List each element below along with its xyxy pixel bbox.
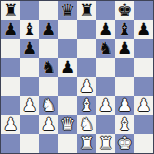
square-f1[interactable]: ♜ bbox=[96, 134, 115, 153]
square-e7[interactable] bbox=[77, 20, 96, 39]
square-e8[interactable]: ♜ bbox=[77, 1, 96, 20]
white-pawn-h3[interactable]: ♟ bbox=[136, 96, 151, 115]
square-e3[interactable]: ♝ bbox=[77, 96, 96, 115]
black-bishop-b7[interactable]: ♝ bbox=[22, 20, 37, 39]
square-b1[interactable] bbox=[20, 134, 39, 153]
square-e4[interactable]: ♟ bbox=[77, 77, 96, 96]
white-knight-c3[interactable]: ♞ bbox=[41, 96, 56, 115]
square-f5[interactable] bbox=[96, 58, 115, 77]
square-f2[interactable] bbox=[96, 115, 115, 134]
square-f6[interactable]: ♞ bbox=[96, 39, 115, 58]
square-e2[interactable]: ♞ bbox=[77, 115, 96, 134]
square-f3[interactable]: ♟ bbox=[96, 96, 115, 115]
square-d7[interactable] bbox=[58, 20, 77, 39]
square-c5[interactable]: ♞ bbox=[39, 58, 58, 77]
square-c1[interactable] bbox=[39, 134, 58, 153]
square-d5[interactable]: ♟ bbox=[58, 58, 77, 77]
white-knight-e2[interactable]: ♞ bbox=[79, 115, 94, 134]
square-e6[interactable] bbox=[77, 39, 96, 58]
square-b4[interactable] bbox=[20, 77, 39, 96]
black-rook-e8[interactable]: ♜ bbox=[79, 1, 94, 20]
square-a8[interactable]: ♜ bbox=[1, 1, 20, 20]
black-pawn-a7[interactable]: ♟ bbox=[3, 20, 18, 39]
square-d8[interactable]: ♛ bbox=[58, 1, 77, 20]
square-d6[interactable] bbox=[58, 39, 77, 58]
white-pawn-c2[interactable]: ♟ bbox=[41, 115, 56, 134]
square-d3[interactable] bbox=[58, 96, 77, 115]
square-f8[interactable] bbox=[96, 1, 115, 20]
square-h3[interactable]: ♟ bbox=[134, 96, 153, 115]
square-f4[interactable] bbox=[96, 77, 115, 96]
square-h8[interactable] bbox=[134, 1, 153, 20]
white-pawn-a2[interactable]: ♟ bbox=[3, 115, 18, 134]
black-pawn-f7[interactable]: ♟ bbox=[98, 20, 113, 39]
white-rook-f1[interactable]: ♜ bbox=[98, 134, 113, 153]
square-d2[interactable]: ♛ bbox=[58, 115, 77, 134]
black-king-g8[interactable]: ♚ bbox=[117, 1, 132, 20]
square-g1[interactable]: ♚ bbox=[115, 134, 134, 153]
square-b7[interactable]: ♝ bbox=[20, 20, 39, 39]
square-h1[interactable] bbox=[134, 134, 153, 153]
white-pawn-e4[interactable]: ♟ bbox=[79, 77, 94, 96]
square-g6[interactable]: ♟ bbox=[115, 39, 134, 58]
square-c3[interactable]: ♞ bbox=[39, 96, 58, 115]
square-a6[interactable] bbox=[1, 39, 20, 58]
square-c8[interactable] bbox=[39, 1, 58, 20]
square-b3[interactable]: ♟ bbox=[20, 96, 39, 115]
square-a7[interactable]: ♟ bbox=[1, 20, 20, 39]
square-b2[interactable] bbox=[20, 115, 39, 134]
square-b8[interactable] bbox=[20, 1, 39, 20]
square-g3[interactable]: ♟ bbox=[115, 96, 134, 115]
square-g4[interactable] bbox=[115, 77, 134, 96]
square-g8[interactable]: ♚ bbox=[115, 1, 134, 20]
square-c6[interactable] bbox=[39, 39, 58, 58]
white-rook-e1[interactable]: ♜ bbox=[79, 134, 94, 153]
chess-board-frame: ♜♛♜♚♟♝♟♟♝♟♟♞♟♞♟♟♟♞♝♟♟♟♟♟♛♞♝♜♜♚ bbox=[0, 0, 154, 154]
square-a2[interactable]: ♟ bbox=[1, 115, 20, 134]
square-a5[interactable] bbox=[1, 58, 20, 77]
square-g2[interactable]: ♝ bbox=[115, 115, 134, 134]
square-c4[interactable] bbox=[39, 77, 58, 96]
square-b5[interactable] bbox=[20, 58, 39, 77]
black-queen-d8[interactable]: ♛ bbox=[60, 1, 75, 20]
white-bishop-e3[interactable]: ♝ bbox=[79, 96, 94, 115]
square-a1[interactable] bbox=[1, 134, 20, 153]
white-pawn-b3[interactable]: ♟ bbox=[22, 96, 37, 115]
square-h5[interactable] bbox=[134, 58, 153, 77]
chess-board: ♜♛♜♚♟♝♟♟♝♟♟♞♟♞♟♟♟♞♝♟♟♟♟♟♛♞♝♜♜♚ bbox=[1, 1, 153, 153]
square-g5[interactable] bbox=[115, 58, 134, 77]
square-c2[interactable]: ♟ bbox=[39, 115, 58, 134]
square-d1[interactable] bbox=[58, 134, 77, 153]
square-h7[interactable]: ♟ bbox=[134, 20, 153, 39]
black-rook-a8[interactable]: ♜ bbox=[3, 1, 18, 20]
black-pawn-d5[interactable]: ♟ bbox=[60, 58, 75, 77]
square-h4[interactable] bbox=[134, 77, 153, 96]
square-b6[interactable]: ♟ bbox=[20, 39, 39, 58]
black-pawn-h7[interactable]: ♟ bbox=[136, 20, 151, 39]
square-h6[interactable] bbox=[134, 39, 153, 58]
black-knight-c5[interactable]: ♞ bbox=[41, 58, 56, 77]
square-g7[interactable]: ♝ bbox=[115, 20, 134, 39]
square-c7[interactable]: ♟ bbox=[39, 20, 58, 39]
black-pawn-c7[interactable]: ♟ bbox=[41, 20, 56, 39]
white-pawn-f3[interactable]: ♟ bbox=[98, 96, 113, 115]
square-a3[interactable] bbox=[1, 96, 20, 115]
square-a4[interactable] bbox=[1, 77, 20, 96]
white-pawn-g3[interactable]: ♟ bbox=[117, 96, 132, 115]
square-d4[interactable] bbox=[58, 77, 77, 96]
square-e5[interactable] bbox=[77, 58, 96, 77]
black-pawn-g6[interactable]: ♟ bbox=[117, 39, 132, 58]
square-h2[interactable] bbox=[134, 115, 153, 134]
black-knight-f6[interactable]: ♞ bbox=[98, 39, 113, 58]
black-bishop-g7[interactable]: ♝ bbox=[117, 20, 132, 39]
white-queen-d2[interactable]: ♛ bbox=[60, 115, 75, 134]
square-e1[interactable]: ♜ bbox=[77, 134, 96, 153]
square-f7[interactable]: ♟ bbox=[96, 20, 115, 39]
black-pawn-b6[interactable]: ♟ bbox=[22, 39, 37, 58]
white-king-g1[interactable]: ♚ bbox=[117, 134, 132, 153]
white-bishop-g2[interactable]: ♝ bbox=[117, 115, 132, 134]
